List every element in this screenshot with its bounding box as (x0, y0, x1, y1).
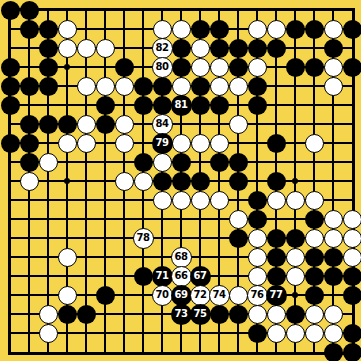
stone-black-move-75: 75 (190, 304, 211, 325)
stone-white (248, 58, 267, 77)
stone-black (248, 77, 267, 96)
stone-white (58, 248, 77, 267)
stone-black (343, 58, 361, 77)
stone-black (248, 191, 267, 210)
star-point (292, 178, 298, 184)
stone-white (286, 324, 305, 343)
stone-white (324, 229, 343, 248)
stone-black (343, 343, 361, 361)
stone-black (305, 267, 324, 286)
stone-white (286, 248, 305, 267)
stone-white (115, 172, 134, 191)
stone-white (20, 172, 39, 191)
stone-white (286, 267, 305, 286)
stone-white (58, 39, 77, 58)
stone-white (324, 324, 343, 343)
stone-white-move-82: 82 (152, 38, 173, 59)
stone-black-move-81: 81 (171, 95, 192, 116)
stone-black (96, 286, 115, 305)
move-number-label: 69 (175, 290, 188, 300)
stone-black (134, 267, 153, 286)
stone-black (58, 115, 77, 134)
move-number-label: 73 (175, 309, 188, 319)
move-number-label: 74 (213, 290, 226, 300)
stone-black (191, 20, 210, 39)
stone-white (115, 77, 134, 96)
stone-white (58, 286, 77, 305)
move-number-label: 79 (156, 138, 169, 148)
stone-white (210, 134, 229, 153)
stone-black (20, 1, 39, 20)
stone-white (39, 305, 58, 324)
move-number-label: 68 (175, 252, 188, 262)
stone-black (343, 286, 361, 305)
stone-black (229, 58, 248, 77)
stone-white-move-66: 66 (171, 266, 192, 287)
stone-black (134, 96, 153, 115)
stone-black (210, 96, 229, 115)
move-number-label: 77 (270, 290, 283, 300)
stone-white-move-74: 74 (209, 285, 230, 306)
stone-white (267, 20, 286, 39)
stone-black (267, 229, 286, 248)
stone-white (134, 172, 153, 191)
stone-black (324, 343, 343, 361)
stone-white (324, 58, 343, 77)
stone-white (343, 229, 361, 248)
stone-black (172, 58, 191, 77)
stone-black (305, 58, 324, 77)
stone-black (286, 305, 305, 324)
stone-black (305, 210, 324, 229)
stone-white-move-76: 76 (247, 285, 268, 306)
stone-white (210, 58, 229, 77)
stone-black (286, 229, 305, 248)
stone-black (58, 305, 77, 324)
stone-black (191, 96, 210, 115)
stone-black (153, 96, 172, 115)
stone-black (267, 39, 286, 58)
stone-black (248, 96, 267, 115)
stone-black (20, 134, 39, 153)
stone-black (305, 286, 324, 305)
stone-black (191, 77, 210, 96)
stone-black (20, 153, 39, 172)
stone-white (115, 134, 134, 153)
stone-white (248, 248, 267, 267)
stone-black (1, 77, 20, 96)
stone-black (20, 77, 39, 96)
stone-white (210, 77, 229, 96)
stone-black (1, 58, 20, 77)
stone-black (229, 172, 248, 191)
stone-white (248, 20, 267, 39)
stone-white (172, 191, 191, 210)
stone-white (248, 305, 267, 324)
stone-white (343, 248, 361, 267)
stone-white (172, 134, 191, 153)
stone-black (134, 77, 153, 96)
stone-black (286, 58, 305, 77)
move-number-label: 84 (156, 119, 169, 129)
stone-white (267, 305, 286, 324)
move-number-label: 71 (156, 271, 169, 281)
stone-white (305, 229, 324, 248)
stone-black (115, 58, 134, 77)
stone-black (324, 39, 343, 58)
stone-white (248, 267, 267, 286)
stone-white (153, 20, 172, 39)
stone-black (96, 115, 115, 134)
stone-black (343, 324, 361, 343)
stone-white (191, 58, 210, 77)
stone-black (1, 134, 20, 153)
stone-black (1, 96, 20, 115)
stone-black (210, 153, 229, 172)
stone-black (1, 1, 20, 20)
stone-black (267, 267, 286, 286)
stone-white-move-84: 84 (152, 114, 173, 135)
stone-black-move-77: 77 (266, 285, 287, 306)
stone-black (210, 39, 229, 58)
stone-white-move-78: 78 (133, 228, 154, 249)
stone-white (58, 134, 77, 153)
stone-white (77, 115, 96, 134)
stone-black (324, 248, 343, 267)
stone-black (267, 134, 286, 153)
stone-white (39, 153, 58, 172)
stone-black (210, 20, 229, 39)
star-point (292, 292, 298, 298)
stone-black (172, 172, 191, 191)
move-number-label: 70 (156, 290, 169, 300)
stone-white (191, 191, 210, 210)
stone-white (248, 229, 267, 248)
move-number-label: 72 (194, 290, 207, 300)
move-number-label: 76 (251, 290, 264, 300)
stone-white (229, 77, 248, 96)
stone-black (229, 229, 248, 248)
stone-black-move-69: 69 (171, 285, 192, 306)
stone-black (248, 210, 267, 229)
stone-black (39, 39, 58, 58)
stone-black (39, 115, 58, 134)
stone-white (191, 39, 210, 58)
stone-black (134, 153, 153, 172)
move-number-label: 80 (156, 62, 169, 72)
stone-black (39, 58, 58, 77)
stone-white (77, 134, 96, 153)
stone-white (39, 324, 58, 343)
stone-white (324, 305, 343, 324)
stone-black (229, 39, 248, 58)
stone-black (229, 153, 248, 172)
stone-black-move-79: 79 (152, 133, 173, 154)
stone-white (172, 77, 191, 96)
stone-black (267, 248, 286, 267)
stone-white (267, 324, 286, 343)
grid-line-horizontal (10, 218, 352, 220)
stone-white (172, 20, 191, 39)
stone-black-move-67: 67 (190, 266, 211, 287)
stone-white (305, 305, 324, 324)
stone-white (77, 77, 96, 96)
stone-black-move-71: 71 (152, 266, 173, 287)
stone-black (96, 96, 115, 115)
stone-black (20, 20, 39, 39)
stone-white-move-70: 70 (152, 285, 173, 306)
stone-black (343, 20, 361, 39)
stone-white-move-72: 72 (190, 285, 211, 306)
stone-white (324, 77, 343, 96)
stone-black (210, 305, 229, 324)
stone-white (191, 134, 210, 153)
stone-black (324, 267, 343, 286)
stone-white-move-80: 80 (152, 57, 173, 78)
stone-black (153, 77, 172, 96)
move-number-label: 81 (175, 100, 188, 110)
stone-white (343, 210, 361, 229)
stone-white (305, 324, 324, 343)
stone-white-move-68: 68 (171, 247, 192, 268)
stone-white (267, 191, 286, 210)
stone-black (229, 305, 248, 324)
stone-black (77, 305, 96, 324)
stone-white (58, 20, 77, 39)
stone-black (286, 20, 305, 39)
stone-black-move-73: 73 (171, 304, 192, 325)
stone-white (324, 20, 343, 39)
stone-black (305, 248, 324, 267)
stone-black (20, 115, 39, 134)
stone-black (172, 39, 191, 58)
move-number-label: 67 (194, 271, 207, 281)
stone-black (172, 153, 191, 172)
stone-white (305, 134, 324, 153)
stone-white (96, 39, 115, 58)
stone-white (153, 153, 172, 172)
move-number-label: 82 (156, 43, 169, 53)
stone-white (324, 210, 343, 229)
stone-white (153, 191, 172, 210)
move-number-label: 78 (137, 233, 150, 243)
stone-black (267, 172, 286, 191)
stone-black (191, 172, 210, 191)
stone-white (229, 210, 248, 229)
stone-black (39, 20, 58, 39)
stone-white (210, 191, 229, 210)
stone-black (248, 39, 267, 58)
stone-black (39, 77, 58, 96)
move-number-label: 75 (194, 309, 207, 319)
star-point (64, 178, 70, 184)
stone-white (115, 115, 134, 134)
stone-white (305, 191, 324, 210)
stone-white (77, 39, 96, 58)
stone-black (153, 172, 172, 191)
stone-white (229, 115, 248, 134)
stone-white (229, 286, 248, 305)
stone-black (248, 324, 267, 343)
star-point (64, 64, 70, 70)
go-board[interactable]: 828081847978687166677069727476777375 (0, 0, 361, 361)
move-number-label: 66 (175, 271, 188, 281)
stone-black (305, 20, 324, 39)
stone-white (96, 77, 115, 96)
stone-black (343, 267, 361, 286)
stone-white (286, 191, 305, 210)
